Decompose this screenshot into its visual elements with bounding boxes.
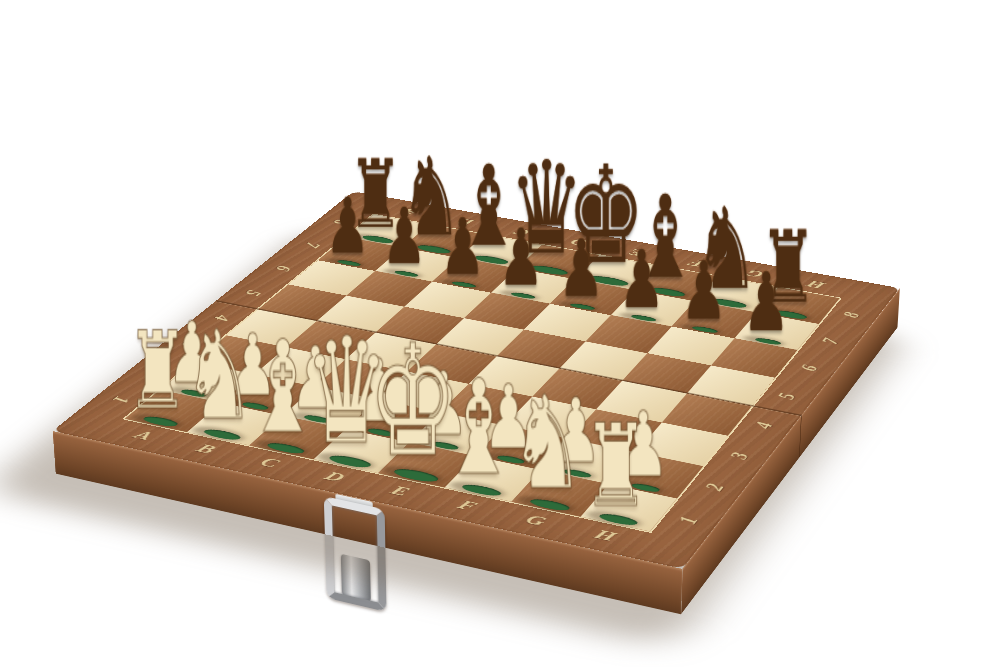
scene: ♜♞♝♛♚♝♞♜♟♟♟♟♟♟♟♟♟♟♟♟♟♟♟♟♜♞♝♛♚♝♞♜ AABBCCD… [0, 0, 1000, 667]
piece-black-pawn[interactable]: ♟ [498, 218, 544, 297]
chess-board: ♜♞♝♛♚♝♞♜♟♟♟♟♟♟♟♟♟♟♟♟♟♟♟♟♜♞♝♛♚♝♞♜ AABBCCD… [53, 191, 900, 569]
piece-black-pawn[interactable]: ♟ [382, 197, 427, 275]
piece-black-pawn[interactable]: ♟ [325, 187, 370, 264]
piece-white-knight[interactable]: ♞ [184, 314, 255, 437]
piece-white-rook[interactable]: ♜ [126, 317, 188, 424]
piece-black-pawn[interactable]: ♟ [680, 250, 727, 331]
piece-black-pawn[interactable]: ♟ [743, 261, 790, 343]
fold-seam-right [799, 415, 802, 459]
piece-white-bishop[interactable]: ♝ [441, 363, 517, 494]
piece-black-pawn[interactable]: ♟ [558, 229, 604, 309]
piece-black-pawn[interactable]: ♟ [619, 239, 666, 319]
piece-white-rook[interactable]: ♜ [583, 409, 649, 523]
piece-white-knight[interactable]: ♞ [510, 379, 585, 508]
piece-black-pawn[interactable]: ♟ [440, 208, 486, 286]
